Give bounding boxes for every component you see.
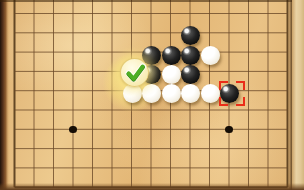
black-stone xyxy=(181,65,200,84)
white-stone xyxy=(123,84,142,103)
star-point xyxy=(225,126,233,134)
target-corner-tr xyxy=(236,81,245,90)
white-stone xyxy=(162,65,181,84)
board-frame-top xyxy=(0,0,304,2)
gomoku-board[interactable] xyxy=(0,0,304,190)
gomoku-app-screen xyxy=(0,0,304,190)
white-stone xyxy=(162,84,181,103)
correct-move-badge xyxy=(120,58,149,87)
target-corner-bl xyxy=(219,97,228,106)
star-point xyxy=(69,126,77,134)
check-icon xyxy=(124,62,146,82)
black-stone xyxy=(181,46,200,65)
target-corner-br xyxy=(236,97,245,106)
white-stone xyxy=(201,84,220,103)
white-stone xyxy=(201,46,220,65)
opponent-last-move-marker xyxy=(219,81,245,106)
target-corner-tl xyxy=(219,81,228,90)
board-frame-left xyxy=(0,0,10,190)
black-stone xyxy=(162,46,181,65)
board-side-panel xyxy=(292,0,304,190)
board-frame-bottom xyxy=(0,183,304,190)
